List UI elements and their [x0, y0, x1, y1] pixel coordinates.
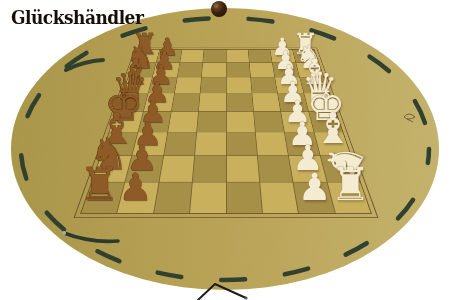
white-r[interactable]: ♜ [330, 162, 371, 207]
drawstring-knob[interactable] [211, 1, 227, 17]
board-cell[interactable] [258, 156, 293, 182]
cord-tip [244, 296, 247, 299]
board-cell[interactable] [180, 50, 204, 63]
board-cell[interactable] [226, 112, 254, 132]
white-p[interactable]: ♟ [298, 169, 332, 207]
board-cell[interactable] [199, 93, 226, 111]
board-cell[interactable] [193, 156, 226, 182]
board-cell[interactable] [159, 156, 194, 182]
board-cell[interactable] [197, 112, 225, 132]
brown-r[interactable]: ♜ [79, 162, 120, 207]
board-cell[interactable] [254, 112, 284, 132]
board-cell[interactable] [201, 77, 226, 93]
board-cell[interactable] [203, 50, 226, 63]
board-cell[interactable] [202, 63, 226, 77]
board-cell[interactable] [226, 93, 253, 111]
board-cell[interactable] [260, 183, 298, 214]
knob-highlight [214, 4, 218, 8]
board-cell[interactable] [256, 132, 288, 155]
board-cell[interactable] [195, 132, 225, 155]
board-cell[interactable] [251, 77, 278, 93]
brown-p[interactable]: ♟ [119, 169, 153, 207]
board-cell[interactable] [190, 183, 225, 214]
board-cell[interactable] [248, 50, 272, 63]
board-cell[interactable] [177, 63, 202, 77]
board-cell[interactable] [175, 77, 202, 93]
board-cell[interactable] [226, 63, 250, 77]
board-cell[interactable] [226, 183, 261, 214]
lace-metal-tip [62, 231, 66, 235]
board-cell[interactable] [252, 93, 280, 111]
board-cell[interactable] [172, 93, 200, 111]
board-cell[interactable] [164, 132, 196, 155]
board-cell[interactable] [226, 156, 259, 182]
board-cell[interactable] [226, 77, 251, 93]
brand-logo: Glückshändler [11, 8, 143, 29]
board-cell[interactable] [168, 112, 198, 132]
board-cell[interactable] [226, 50, 249, 63]
board-cell[interactable] [250, 63, 275, 77]
board-cell[interactable] [154, 183, 192, 214]
board-cell[interactable] [226, 132, 256, 155]
product-photo-scene: ♜♟♟♜♞♟♟♞♝♟♟♝♛♟♟♛♚♟♟♚♝♟♟♝♞♟♟♞♜♟♟♜ Glücksh… [0, 0, 450, 300]
